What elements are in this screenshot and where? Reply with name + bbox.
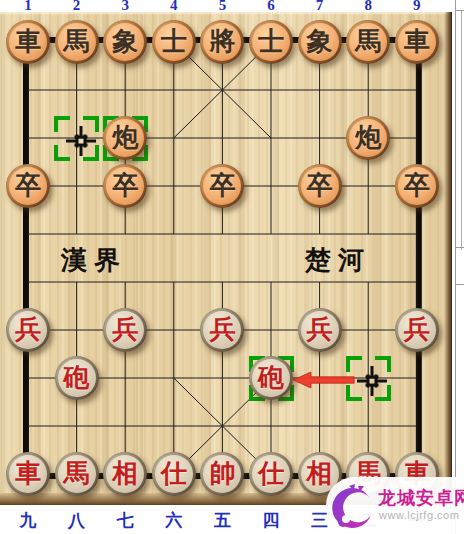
black-piece-士[interactable]: 士: [152, 20, 196, 64]
red-piece-車[interactable]: 車: [6, 452, 50, 496]
piece-glyph: 馬: [349, 23, 387, 61]
top-file-labels: 123456789: [0, 0, 452, 12]
river-label-right: 楚河: [305, 243, 371, 278]
piece-glyph: 馬: [58, 23, 96, 61]
piece-glyph: 將: [203, 23, 241, 61]
xiangqi-board[interactable]: 漢界 楚河 車馬象士將士象馬車炮炮卒卒卒卒卒兵兵兵兵兵砲砲車馬相仕帥仕相馬車: [0, 12, 452, 505]
black-piece-車[interactable]: 車: [6, 20, 50, 64]
piece-glyph: 士: [155, 23, 193, 61]
file-label-top-3: 3: [115, 0, 135, 12]
watermark-url: www.lcjrfg.com: [379, 509, 459, 521]
piece-glyph: 卒: [106, 167, 144, 205]
red-piece-相[interactable]: 相: [103, 452, 147, 496]
piece-glyph: 卒: [203, 167, 241, 205]
piece-glyph: 卒: [398, 167, 436, 205]
file-label-top-5: 5: [212, 0, 232, 12]
black-piece-卒[interactable]: 卒: [103, 164, 147, 208]
black-piece-卒[interactable]: 卒: [395, 164, 439, 208]
file-label-top-2: 2: [67, 0, 87, 12]
piece-glyph: 兵: [398, 311, 436, 349]
black-piece-象[interactable]: 象: [298, 20, 342, 64]
piece-glyph: 相: [106, 455, 144, 493]
black-piece-馬[interactable]: 馬: [346, 20, 390, 64]
piece-glyph: 砲: [252, 359, 290, 397]
river-label-left: 漢界: [61, 243, 127, 278]
piece-glyph: 馬: [58, 455, 96, 493]
watermark: 龙城安卓网 www.lcjrfg.com: [326, 477, 464, 534]
piece-glyph: 車: [9, 23, 47, 61]
piece-glyph: 車: [398, 23, 436, 61]
file-label-bottom-5: 五: [209, 509, 235, 532]
red-piece-砲[interactable]: 砲: [249, 356, 293, 400]
piece-glyph: 車: [9, 455, 47, 493]
piece-glyph: 兵: [203, 311, 241, 349]
file-label-top-7: 7: [310, 0, 330, 12]
file-label-top-6: 6: [261, 0, 281, 12]
piece-glyph: 炮: [106, 119, 144, 157]
xiangqi-app-screen: 123456789 漢界 楚河 車馬象士將士象馬車炮炮卒卒卒卒卒兵兵兵兵兵砲砲車…: [0, 0, 464, 534]
file-label-bottom-8: 八: [64, 509, 90, 532]
black-piece-卒[interactable]: 卒: [298, 164, 342, 208]
piece-glyph: 帥: [203, 455, 241, 493]
piece-glyph: 仕: [252, 455, 290, 493]
black-piece-炮[interactable]: 炮: [103, 116, 147, 160]
file-label-top-1: 1: [18, 0, 38, 12]
red-piece-馬[interactable]: 馬: [55, 452, 99, 496]
piece-glyph: 卒: [9, 167, 47, 205]
watermark-title: 龙城安卓网: [378, 486, 464, 510]
side-panel-sliver: [452, 0, 464, 534]
piece-glyph: 卒: [301, 167, 339, 205]
black-piece-車[interactable]: 車: [395, 20, 439, 64]
red-piece-兵[interactable]: 兵: [395, 308, 439, 352]
piece-glyph: 士: [252, 23, 290, 61]
file-label-top-4: 4: [164, 0, 184, 12]
file-label-top-8: 8: [358, 0, 378, 12]
red-piece-仕[interactable]: 仕: [152, 452, 196, 496]
piece-glyph: 炮: [349, 119, 387, 157]
piece-glyph: 仕: [155, 455, 193, 493]
crosshair-cursor-icon: [65, 125, 97, 161]
red-piece-兵[interactable]: 兵: [6, 308, 50, 352]
red-piece-兵[interactable]: 兵: [298, 308, 342, 352]
dragon-logo-icon: [329, 482, 377, 530]
crosshair-cursor-icon: [356, 365, 388, 401]
black-piece-象[interactable]: 象: [103, 20, 147, 64]
piece-glyph: 兵: [9, 311, 47, 349]
red-piece-砲[interactable]: 砲: [55, 356, 99, 400]
black-piece-炮[interactable]: 炮: [346, 116, 390, 160]
black-piece-馬[interactable]: 馬: [55, 20, 99, 64]
red-piece-兵[interactable]: 兵: [103, 308, 147, 352]
piece-glyph: 象: [106, 23, 144, 61]
file-label-top-9: 9: [407, 0, 427, 12]
piece-glyph: 象: [301, 23, 339, 61]
file-label-bottom-7: 七: [112, 509, 138, 532]
black-piece-士[interactable]: 士: [249, 20, 293, 64]
file-label-bottom-9: 九: [15, 509, 41, 532]
piece-glyph: 兵: [106, 311, 144, 349]
black-piece-卒[interactable]: 卒: [6, 164, 50, 208]
file-label-bottom-6: 六: [161, 509, 187, 532]
file-label-bottom-4: 四: [258, 509, 284, 532]
piece-glyph: 兵: [301, 311, 339, 349]
red-piece-仕[interactable]: 仕: [249, 452, 293, 496]
piece-glyph: 砲: [58, 359, 96, 397]
move-arrow: [291, 368, 358, 396]
